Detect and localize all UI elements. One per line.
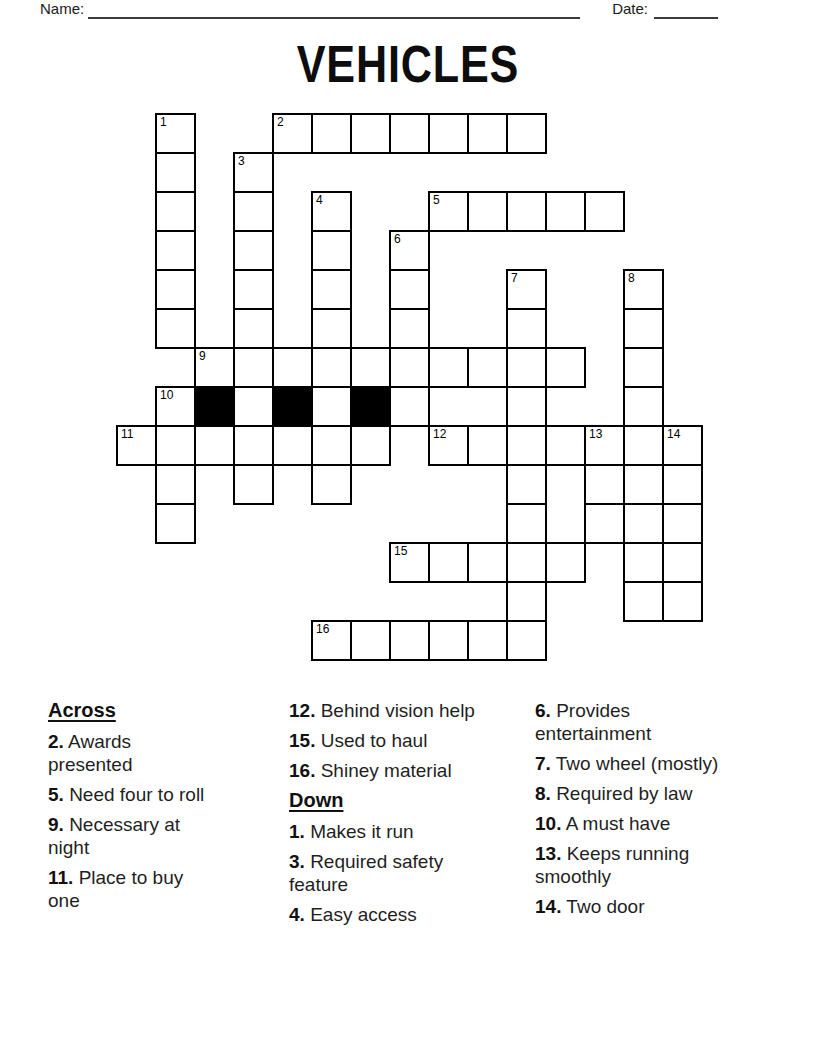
crossword-grid: 12345678910111213141516 bbox=[116, 113, 705, 663]
clue-number: 5. bbox=[48, 784, 64, 805]
grid-cell[interactable] bbox=[389, 620, 430, 661]
name-input-line[interactable] bbox=[88, 1, 580, 19]
grid-cell[interactable] bbox=[506, 620, 547, 661]
clue-down-7: 7. Two wheel (mostly) bbox=[535, 752, 740, 775]
clue-column-middle: 12. Behind vision help15. Used to haul16… bbox=[289, 699, 507, 933]
grid-cell[interactable] bbox=[233, 347, 274, 388]
grid-cell[interactable] bbox=[155, 503, 196, 544]
clue-text: Easy access bbox=[305, 904, 417, 925]
grid-cell[interactable] bbox=[428, 113, 469, 154]
grid-cell[interactable] bbox=[311, 113, 352, 154]
grid-cell[interactable]: 7 bbox=[506, 269, 547, 310]
grid-cell[interactable] bbox=[311, 347, 352, 388]
clue-number: 3. bbox=[289, 851, 305, 872]
worksheet-header: Name: Date: bbox=[40, 0, 740, 19]
grid-cell[interactable] bbox=[155, 191, 196, 232]
grid-cell[interactable] bbox=[233, 425, 274, 466]
cell-number: 16 bbox=[316, 623, 329, 635]
black-cell bbox=[272, 386, 313, 427]
clue-number: 16. bbox=[289, 760, 315, 781]
grid-cell[interactable] bbox=[662, 464, 703, 505]
clue-down-13: 13. Keeps running smoothly bbox=[535, 842, 740, 888]
down-heading: Down bbox=[289, 789, 507, 812]
clue-text: Shiney material bbox=[315, 760, 451, 781]
clue-column-right: 6. Provides entertainment7. Two wheel (m… bbox=[535, 699, 740, 925]
grid-cell[interactable] bbox=[428, 620, 469, 661]
cell-number: 1 bbox=[160, 116, 167, 128]
clue-text: Behind vision help bbox=[315, 700, 475, 721]
clue-across-9: 9. Necessary at night bbox=[48, 813, 220, 859]
cell-number: 3 bbox=[238, 155, 245, 167]
grid-cell[interactable] bbox=[545, 542, 586, 583]
clue-across-16: 16. Shiney material bbox=[289, 759, 507, 782]
grid-cell[interactable] bbox=[623, 542, 664, 583]
clue-number: 8. bbox=[535, 783, 551, 804]
clue-text: Provides entertainment bbox=[535, 700, 651, 744]
grid-cell[interactable] bbox=[311, 464, 352, 505]
clue-down-8: 8. Required by law bbox=[535, 782, 740, 805]
grid-cell[interactable] bbox=[311, 269, 352, 310]
clue-across-5: 5. Need four to roll bbox=[48, 783, 220, 806]
cell-number: 11 bbox=[121, 428, 133, 440]
clue-down-6: 6. Provides entertainment bbox=[535, 699, 740, 745]
grid-cell[interactable] bbox=[389, 386, 430, 427]
grid-cell[interactable] bbox=[623, 425, 664, 466]
grid-cell[interactable] bbox=[233, 308, 274, 349]
grid-cell[interactable]: 10 bbox=[155, 386, 196, 427]
grid-cell[interactable] bbox=[584, 191, 625, 232]
grid-cell[interactable] bbox=[233, 386, 274, 427]
grid-cell[interactable]: 4 bbox=[311, 191, 352, 232]
clue-text: Need four to roll bbox=[64, 784, 204, 805]
grid-cell[interactable]: 11 bbox=[116, 425, 157, 466]
grid-cell[interactable] bbox=[311, 308, 352, 349]
clue-text: Two door bbox=[561, 896, 644, 917]
grid-cell[interactable] bbox=[467, 425, 508, 466]
grid-cell[interactable] bbox=[350, 113, 391, 154]
grid-cell[interactable] bbox=[155, 269, 196, 310]
cell-number: 4 bbox=[316, 194, 323, 206]
clue-number: 1. bbox=[289, 821, 305, 842]
grid-cell[interactable] bbox=[350, 620, 391, 661]
clue-number: 9. bbox=[48, 814, 64, 835]
worksheet-page: Name: Date: VEHICLES 1234567891011121314… bbox=[0, 0, 816, 1056]
grid-cell[interactable] bbox=[155, 308, 196, 349]
page-title: VEHICLES bbox=[69, 34, 746, 94]
cell-number: 15 bbox=[394, 545, 407, 557]
grid-cell[interactable] bbox=[155, 230, 196, 271]
grid-cell[interactable]: 16 bbox=[311, 620, 352, 661]
grid-cell[interactable] bbox=[662, 503, 703, 544]
grid-cell[interactable] bbox=[623, 464, 664, 505]
cell-number: 9 bbox=[199, 350, 206, 362]
grid-cell[interactable]: 14 bbox=[662, 425, 703, 466]
cell-number: 14 bbox=[667, 428, 680, 440]
grid-cell[interactable]: 5 bbox=[428, 191, 469, 232]
clue-across-12: 12. Behind vision help bbox=[289, 699, 507, 722]
grid-cell[interactable]: 1 bbox=[155, 113, 196, 154]
clue-text: Two wheel (mostly) bbox=[551, 753, 719, 774]
clue-text: Used to haul bbox=[315, 730, 427, 751]
grid-cell[interactable] bbox=[350, 425, 391, 466]
grid-cell[interactable] bbox=[311, 386, 352, 427]
grid-cell[interactable]: 3 bbox=[233, 152, 274, 193]
clue-number: 11. bbox=[48, 867, 73, 888]
clue-down-4: 4. Easy access bbox=[289, 903, 507, 926]
clue-across-2: 2. Awards presented bbox=[48, 730, 220, 776]
clue-number: 7. bbox=[535, 753, 551, 774]
grid-cell[interactable] bbox=[506, 347, 547, 388]
grid-cell[interactable] bbox=[506, 191, 547, 232]
grid-cell[interactable] bbox=[311, 425, 352, 466]
clue-down-3: 3. Required safety feature bbox=[289, 850, 507, 896]
clue-across-15: 15. Used to haul bbox=[289, 729, 507, 752]
grid-cell[interactable] bbox=[467, 620, 508, 661]
black-cell bbox=[194, 386, 235, 427]
grid-cell[interactable] bbox=[506, 113, 547, 154]
grid-cell[interactable] bbox=[389, 347, 430, 388]
grid-cell[interactable] bbox=[662, 542, 703, 583]
grid-cell[interactable]: 13 bbox=[584, 425, 625, 466]
grid-cell[interactable] bbox=[584, 464, 625, 505]
grid-cell[interactable] bbox=[584, 503, 625, 544]
grid-cell[interactable] bbox=[506, 425, 547, 466]
grid-cell[interactable] bbox=[272, 347, 313, 388]
name-label: Name: bbox=[40, 0, 84, 19]
clue-text: Makes it run bbox=[305, 821, 414, 842]
clue-number: 10. bbox=[535, 813, 561, 834]
date-label: Date: bbox=[612, 0, 648, 19]
grid-cell[interactable] bbox=[194, 425, 235, 466]
grid-cell[interactable] bbox=[155, 152, 196, 193]
clue-text: Required safety feature bbox=[289, 851, 443, 895]
grid-cell[interactable] bbox=[506, 464, 547, 505]
cell-number: 13 bbox=[589, 428, 602, 440]
cell-number: 2 bbox=[277, 116, 284, 128]
grid-cell[interactable] bbox=[623, 308, 664, 349]
clue-number: 4. bbox=[289, 904, 305, 925]
grid-cell[interactable] bbox=[428, 347, 469, 388]
grid-cell[interactable] bbox=[389, 308, 430, 349]
grid-cell[interactable]: 15 bbox=[389, 542, 430, 583]
grid-cell[interactable] bbox=[233, 191, 274, 232]
clue-down-14: 14. Two door bbox=[535, 895, 740, 918]
grid-cell[interactable] bbox=[272, 425, 313, 466]
clue-text: Required by law bbox=[551, 783, 693, 804]
grid-cell[interactable] bbox=[545, 191, 586, 232]
grid-cell[interactable] bbox=[623, 581, 664, 622]
cell-number: 7 bbox=[511, 272, 518, 284]
grid-cell[interactable]: 2 bbox=[272, 113, 313, 154]
grid-cell[interactable] bbox=[467, 113, 508, 154]
grid-cell[interactable]: 6 bbox=[389, 230, 430, 271]
grid-cell[interactable] bbox=[506, 542, 547, 583]
grid-cell[interactable] bbox=[467, 542, 508, 583]
grid-cell[interactable] bbox=[389, 269, 430, 310]
grid-cell[interactable] bbox=[428, 542, 469, 583]
cell-number: 10 bbox=[160, 389, 173, 401]
grid-cell[interactable] bbox=[545, 347, 586, 388]
grid-cell[interactable] bbox=[155, 464, 196, 505]
grid-cell[interactable] bbox=[467, 347, 508, 388]
grid-cell[interactable] bbox=[623, 503, 664, 544]
clue-down-10: 10. A must have bbox=[535, 812, 740, 835]
across-heading: Across bbox=[48, 699, 220, 722]
grid-cell[interactable] bbox=[233, 230, 274, 271]
grid-cell[interactable] bbox=[506, 503, 547, 544]
clue-number: 15. bbox=[289, 730, 315, 751]
grid-cell[interactable] bbox=[506, 386, 547, 427]
grid-cell[interactable] bbox=[506, 308, 547, 349]
clue-text: Necessary at night bbox=[48, 814, 180, 858]
grid-cell[interactable] bbox=[545, 425, 586, 466]
grid-cell[interactable] bbox=[623, 347, 664, 388]
grid-cell[interactable] bbox=[389, 113, 430, 154]
grid-cell[interactable] bbox=[662, 581, 703, 622]
grid-cell[interactable] bbox=[233, 464, 274, 505]
clue-across-11: 11. Place to buy one bbox=[48, 866, 220, 912]
clue-number: 14. bbox=[535, 896, 561, 917]
cell-number: 5 bbox=[433, 194, 440, 206]
grid-cell[interactable] bbox=[623, 386, 664, 427]
clue-number: 6. bbox=[535, 700, 551, 721]
cell-number: 12 bbox=[433, 428, 446, 440]
grid-cell[interactable] bbox=[506, 581, 547, 622]
clue-number: 2. bbox=[48, 731, 64, 752]
clue-down-1: 1. Makes it run bbox=[289, 820, 507, 843]
date-input-line[interactable] bbox=[654, 1, 718, 19]
grid-cell[interactable] bbox=[155, 425, 196, 466]
clue-number: 12. bbox=[289, 700, 315, 721]
grid-cell[interactable] bbox=[350, 347, 391, 388]
black-cell bbox=[350, 386, 391, 427]
clue-number: 13. bbox=[535, 843, 561, 864]
grid-cell[interactable] bbox=[233, 269, 274, 310]
grid-cell[interactable] bbox=[467, 191, 508, 232]
grid-cell[interactable] bbox=[311, 230, 352, 271]
clue-column-left: Across2. Awards presented5. Need four to… bbox=[48, 699, 220, 919]
grid-cell[interactable]: 8 bbox=[623, 269, 664, 310]
grid-cell[interactable]: 12 bbox=[428, 425, 469, 466]
cell-number: 8 bbox=[628, 272, 635, 284]
cell-number: 6 bbox=[394, 233, 401, 245]
clue-text: A must have bbox=[561, 813, 670, 834]
grid-cell[interactable]: 9 bbox=[194, 347, 235, 388]
